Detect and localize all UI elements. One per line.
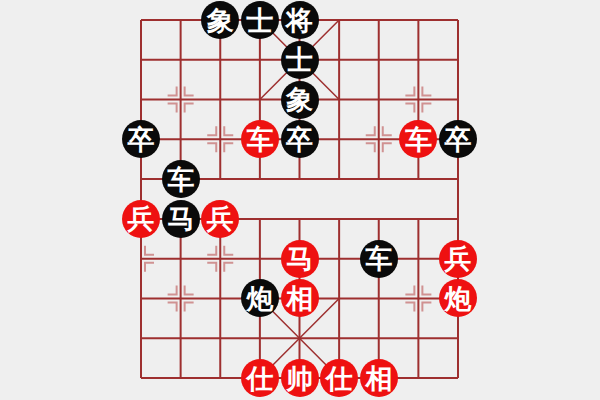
point-marker: [422, 302, 431, 311]
piece-red-soldier[interactable]: 兵: [201, 200, 239, 238]
xiangqi-diagram: 象士将士象卒车卒车卒车兵马兵马车兵炮相炮仕帅仕相: [0, 0, 600, 400]
piece-red-advisor[interactable]: 仕: [320, 359, 358, 397]
piece-red-advisor[interactable]: 仕: [241, 359, 279, 397]
point-marker: [168, 302, 177, 311]
piece-black-cannon[interactable]: 炮: [241, 279, 279, 317]
piece-black-advisor[interactable]: 士: [241, 1, 279, 39]
point-marker: [185, 302, 194, 311]
point-marker: [224, 143, 233, 152]
point-marker: [207, 246, 216, 255]
point-marker: [422, 104, 431, 113]
piece-red-horse[interactable]: 马: [281, 240, 319, 278]
piece-red-soldier[interactable]: 兵: [439, 240, 477, 278]
point-marker: [383, 143, 392, 152]
piece-black-horse[interactable]: 马: [162, 200, 200, 238]
point-marker: [145, 263, 154, 272]
piece-black-elephant[interactable]: 象: [281, 81, 319, 119]
point-marker: [207, 143, 216, 152]
piece-black-chariot[interactable]: 车: [360, 240, 398, 278]
point-marker: [224, 246, 233, 255]
piece-black-soldier[interactable]: 卒: [281, 120, 319, 158]
point-marker: [405, 302, 414, 311]
piece-red-cannon[interactable]: 炮: [439, 279, 477, 317]
piece-black-soldier[interactable]: 卒: [122, 120, 160, 158]
point-marker: [366, 143, 375, 152]
piece-black-chariot[interactable]: 车: [162, 160, 200, 198]
point-marker: [185, 104, 194, 113]
piece-red-elephant[interactable]: 相: [281, 279, 319, 317]
point-marker: [168, 87, 177, 96]
point-marker: [366, 126, 375, 135]
piece-black-general[interactable]: 将: [281, 1, 319, 39]
point-marker: [207, 263, 216, 272]
point-marker: [405, 285, 414, 294]
piece-black-advisor[interactable]: 士: [281, 41, 319, 79]
piece-red-general[interactable]: 帅: [281, 359, 319, 397]
point-marker: [405, 87, 414, 96]
point-marker: [168, 285, 177, 294]
point-marker: [422, 87, 431, 96]
point-marker: [145, 246, 154, 255]
point-marker: [224, 263, 233, 272]
point-marker: [168, 104, 177, 113]
piece-red-soldier[interactable]: 兵: [122, 200, 160, 238]
point-marker: [224, 126, 233, 135]
piece-black-elephant[interactable]: 象: [201, 1, 239, 39]
point-marker: [185, 285, 194, 294]
piece-red-chariot[interactable]: 车: [399, 120, 437, 158]
point-marker: [422, 285, 431, 294]
piece-black-soldier[interactable]: 卒: [439, 120, 477, 158]
piece-red-chariot[interactable]: 车: [241, 120, 279, 158]
piece-red-elephant[interactable]: 相: [360, 359, 398, 397]
point-marker: [383, 126, 392, 135]
point-marker: [405, 104, 414, 113]
point-marker: [207, 126, 216, 135]
point-marker: [185, 87, 194, 96]
